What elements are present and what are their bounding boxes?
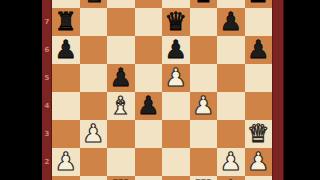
square-h4[interactable] [245,92,273,120]
square-g4[interactable] [217,92,245,120]
rank-label-6: 6 [43,36,51,64]
square-f5[interactable] [190,64,218,92]
square-h7[interactable] [245,8,273,36]
square-f7[interactable] [190,8,218,36]
square-a6[interactable]: ♟ [52,36,80,64]
square-d3[interactable] [135,120,163,148]
square-c8[interactable] [107,0,135,8]
square-h6[interactable]: ♟ [245,36,273,64]
square-b6[interactable] [80,36,108,64]
piece-white-P: ♟ [220,148,242,176]
piece-black-K: ♚ [192,0,214,8]
square-a3[interactable] [52,120,80,148]
square-g7[interactable]: ♟ [217,8,245,36]
square-e2[interactable] [162,148,190,176]
piece-white-K: ♚ [220,176,242,180]
square-h8[interactable]: ♜ [245,0,273,8]
square-c4[interactable]: ♝ [107,92,135,120]
piece-white-R: ♜ [110,176,132,180]
square-h3[interactable]: ♛ [245,120,273,148]
square-h2[interactable]: ♟ [245,148,273,176]
square-d4[interactable]: ♟ [135,92,163,120]
piece-black-R: ♜ [247,0,269,8]
square-b1[interactable] [80,176,108,180]
square-g8[interactable] [217,0,245,8]
square-g1[interactable]: ♚ [217,176,245,180]
square-e1[interactable] [162,176,190,180]
square-b4[interactable] [80,92,108,120]
piece-white-P: ♟ [82,120,104,148]
piece-black-P: ♟ [137,92,159,120]
square-a4[interactable] [52,92,80,120]
piece-black-P: ♟ [220,8,242,36]
rank-label-3: 3 [43,120,51,148]
square-g2[interactable]: ♟ [217,148,245,176]
square-f6[interactable] [190,36,218,64]
piece-black-P: ♟ [165,36,187,64]
piece-black-R: ♜ [55,8,77,36]
square-e4[interactable] [162,92,190,120]
piece-white-Q: ♛ [247,120,269,148]
square-c7[interactable] [107,8,135,36]
square-b5[interactable] [80,64,108,92]
square-b7[interactable] [80,8,108,36]
rank-label-7: 7 [43,8,51,36]
chess-board: ♞♚♜♜♛♟♟♟♟♟♟♝♟♟♟♛♟♟♟♜♜♚ [52,0,272,180]
square-e8[interactable] [162,0,190,8]
piece-black-P: ♟ [110,64,132,92]
square-c6[interactable] [107,36,135,64]
square-f3[interactable] [190,120,218,148]
square-e3[interactable] [162,120,190,148]
square-a5[interactable] [52,64,80,92]
square-d8[interactable] [135,0,163,8]
piece-white-P: ♟ [192,92,214,120]
square-d6[interactable] [135,36,163,64]
piece-black-N: ♞ [82,0,104,8]
square-e7[interactable]: ♛ [162,8,190,36]
square-c5[interactable]: ♟ [107,64,135,92]
rank-label-4: 4 [43,92,51,120]
square-e5[interactable]: ♟ [162,64,190,92]
piece-white-P: ♟ [55,148,77,176]
piece-white-B: ♝ [110,92,132,120]
square-g6[interactable] [217,36,245,64]
square-h5[interactable] [245,64,273,92]
square-c1[interactable]: ♜ [107,176,135,180]
square-g3[interactable] [217,120,245,148]
square-b8[interactable]: ♞ [80,0,108,8]
square-d7[interactable] [135,8,163,36]
piece-black-P: ♟ [247,36,269,64]
square-h1[interactable] [245,176,273,180]
piece-black-Q: ♛ [165,8,187,36]
rank-label-5: 5 [43,64,51,92]
rank-label-2: 2 [43,148,51,176]
square-e6[interactable]: ♟ [162,36,190,64]
square-f2[interactable] [190,148,218,176]
square-c3[interactable] [107,120,135,148]
square-d2[interactable] [135,148,163,176]
piece-white-P: ♟ [247,148,269,176]
square-g5[interactable] [217,64,245,92]
piece-white-P: ♟ [165,64,187,92]
square-d5[interactable] [135,64,163,92]
square-a2[interactable]: ♟ [52,148,80,176]
square-f4[interactable]: ♟ [190,92,218,120]
piece-white-R: ♜ [192,176,214,180]
square-d1[interactable] [135,176,163,180]
square-a7[interactable]: ♜ [52,8,80,36]
piece-black-P: ♟ [55,36,77,64]
square-b3[interactable]: ♟ [80,120,108,148]
square-a8[interactable] [52,0,80,8]
square-a1[interactable] [52,176,80,180]
square-f1[interactable]: ♜ [190,176,218,180]
square-c2[interactable] [107,148,135,176]
square-f8[interactable]: ♚ [190,0,218,8]
square-b2[interactable] [80,148,108,176]
